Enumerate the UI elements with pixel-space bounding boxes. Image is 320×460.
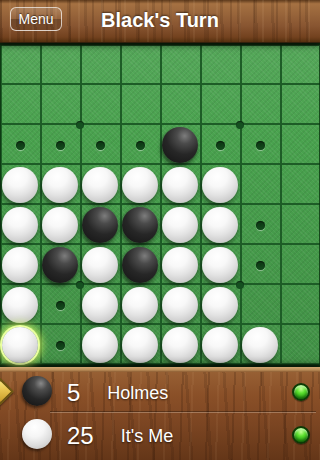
piece-white bbox=[42, 207, 78, 243]
piece-white bbox=[202, 287, 238, 323]
board[interactable] bbox=[0, 45, 320, 365]
piece-black bbox=[122, 247, 158, 283]
piece-black bbox=[162, 127, 198, 163]
piece-white bbox=[82, 167, 118, 203]
star-point bbox=[236, 121, 244, 129]
score-panel: 5 Holmes 25 It's Me bbox=[0, 367, 320, 460]
piece-white bbox=[242, 327, 278, 363]
valid-move-dot[interactable] bbox=[256, 221, 265, 230]
piece-white bbox=[162, 287, 198, 323]
black-player-name: Holmes bbox=[107, 383, 168, 404]
piece-white bbox=[202, 327, 238, 363]
white-status-led-icon bbox=[292, 426, 310, 444]
piece-black bbox=[42, 247, 78, 283]
board-area bbox=[0, 42, 320, 367]
piece-white bbox=[82, 287, 118, 323]
player-row-black: 5 Holmes bbox=[0, 376, 320, 410]
piece-white bbox=[42, 167, 78, 203]
piece-white bbox=[82, 247, 118, 283]
piece-white bbox=[122, 167, 158, 203]
piece-white bbox=[82, 327, 118, 363]
piece-white bbox=[2, 287, 38, 323]
piece-white bbox=[2, 167, 38, 203]
star-point bbox=[76, 281, 84, 289]
player-row-white: 25 It's Me bbox=[0, 419, 320, 453]
piece-white bbox=[2, 327, 38, 363]
black-status-led-icon bbox=[292, 383, 310, 401]
panel-divider bbox=[50, 412, 316, 413]
piece-black bbox=[122, 207, 158, 243]
menu-button[interactable]: Menu bbox=[10, 7, 62, 31]
white-player-name: It's Me bbox=[121, 426, 173, 447]
star-point bbox=[236, 281, 244, 289]
piece-white bbox=[202, 207, 238, 243]
piece-white bbox=[2, 207, 38, 243]
piece-white bbox=[202, 167, 238, 203]
piece-white bbox=[122, 287, 158, 323]
piece-white bbox=[202, 247, 238, 283]
valid-move-dot[interactable] bbox=[256, 141, 265, 150]
valid-move-dot[interactable] bbox=[96, 141, 105, 150]
black-score: 5 bbox=[67, 379, 80, 407]
valid-move-dot[interactable] bbox=[56, 341, 65, 350]
white-score: 25 bbox=[67, 422, 94, 450]
piece-black bbox=[82, 207, 118, 243]
white-piece-icon bbox=[22, 419, 52, 449]
valid-move-dot[interactable] bbox=[256, 261, 265, 270]
title-bar: Menu Black's Turn bbox=[0, 0, 320, 43]
valid-move-dot[interactable] bbox=[56, 301, 65, 310]
valid-move-dot[interactable] bbox=[216, 141, 225, 150]
black-piece-icon bbox=[22, 376, 52, 406]
star-point bbox=[76, 121, 84, 129]
valid-move-dot[interactable] bbox=[136, 141, 145, 150]
piece-white bbox=[162, 327, 198, 363]
piece-white bbox=[122, 327, 158, 363]
piece-white bbox=[162, 247, 198, 283]
piece-white bbox=[162, 207, 198, 243]
valid-move-dot[interactable] bbox=[56, 141, 65, 150]
piece-white bbox=[162, 167, 198, 203]
piece-white bbox=[2, 247, 38, 283]
valid-move-dot[interactable] bbox=[16, 141, 25, 150]
